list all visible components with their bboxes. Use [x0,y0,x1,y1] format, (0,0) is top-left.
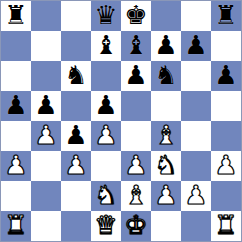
square-d2[interactable]: ♞ [91,181,121,211]
piece-black-bishop[interactable]: ♝ [94,32,117,58]
piece-black-knight[interactable]: ♞ [154,62,177,88]
square-a4[interactable] [1,121,31,151]
piece-black-bishop[interactable]: ♝ [124,32,147,58]
square-d4[interactable]: ♟ [91,121,121,151]
piece-white-knight[interactable]: ♞ [94,182,117,208]
square-d8[interactable]: ♛ [91,1,121,31]
square-g4[interactable] [181,121,211,151]
square-a7[interactable] [1,31,31,61]
square-h7[interactable] [211,31,241,61]
piece-white-rook[interactable]: ♜ [4,212,27,238]
piece-black-queen[interactable]: ♛ [94,2,117,28]
piece-black-pawn[interactable]: ♟ [184,32,207,58]
square-a8[interactable]: ♜ [1,1,31,31]
square-d3[interactable] [91,151,121,181]
square-h3[interactable]: ♟ [211,151,241,181]
square-f4[interactable]: ♝ [151,121,181,151]
piece-white-king[interactable]: ♚ [124,212,147,238]
square-a3[interactable]: ♟ [1,151,31,181]
square-g2[interactable]: ♟ [181,181,211,211]
square-b5[interactable]: ♟ [31,91,61,121]
square-f7[interactable]: ♟ [151,31,181,61]
square-a5[interactable]: ♟ [1,91,31,121]
square-d7[interactable]: ♝ [91,31,121,61]
square-h8[interactable]: ♜ [211,1,241,31]
piece-white-pawn[interactable]: ♟ [4,152,27,178]
square-h2[interactable] [211,181,241,211]
chess-board-wrapper: ♜♛♚♜♝♝♟♟♞♟♞♟♟♟♟♟♟♟♝♟♟♟♞♟♞♝♟♟♜♛♚♜ [0,0,242,242]
piece-white-pawn[interactable]: ♟ [214,152,237,178]
piece-white-pawn[interactable]: ♟ [34,122,57,148]
square-f5[interactable] [151,91,181,121]
square-d6[interactable] [91,61,121,91]
square-h4[interactable] [211,121,241,151]
square-h5[interactable] [211,91,241,121]
chess-board: ♜♛♚♜♝♝♟♟♞♟♞♟♟♟♟♟♟♟♝♟♟♟♞♟♞♝♟♟♜♛♚♜ [0,0,242,242]
piece-black-pawn[interactable]: ♟ [64,122,87,148]
square-a6[interactable] [1,61,31,91]
piece-white-pawn[interactable]: ♟ [154,182,177,208]
square-c1[interactable] [61,211,91,241]
piece-black-rook[interactable]: ♜ [4,2,27,28]
square-b4[interactable]: ♟ [31,121,61,151]
square-e7[interactable]: ♝ [121,31,151,61]
piece-white-rook[interactable]: ♜ [214,212,237,238]
square-f3[interactable]: ♞ [151,151,181,181]
square-g3[interactable] [181,151,211,181]
square-b2[interactable] [31,181,61,211]
piece-white-bishop[interactable]: ♝ [124,182,147,208]
square-a1[interactable]: ♜ [1,211,31,241]
piece-black-knight[interactable]: ♞ [64,62,87,88]
square-g1[interactable] [181,211,211,241]
square-b7[interactable] [31,31,61,61]
square-b1[interactable] [31,211,61,241]
piece-white-pawn[interactable]: ♟ [94,122,117,148]
piece-black-pawn[interactable]: ♟ [124,62,147,88]
piece-black-pawn[interactable]: ♟ [214,62,237,88]
square-b3[interactable] [31,151,61,181]
square-c5[interactable] [61,91,91,121]
square-c8[interactable] [61,1,91,31]
square-a2[interactable] [1,181,31,211]
square-f8[interactable] [151,1,181,31]
square-d5[interactable]: ♟ [91,91,121,121]
piece-black-king[interactable]: ♚ [124,2,147,28]
square-f1[interactable] [151,211,181,241]
piece-white-queen[interactable]: ♛ [94,212,117,238]
piece-black-pawn[interactable]: ♟ [4,92,27,118]
piece-white-bishop[interactable]: ♝ [154,122,177,148]
square-e3[interactable]: ♟ [121,151,151,181]
square-f2[interactable]: ♟ [151,181,181,211]
piece-black-pawn[interactable]: ♟ [34,92,57,118]
square-c3[interactable]: ♟ [61,151,91,181]
square-c6[interactable]: ♞ [61,61,91,91]
piece-black-pawn[interactable]: ♟ [154,32,177,58]
piece-white-pawn[interactable]: ♟ [184,182,207,208]
square-b6[interactable] [31,61,61,91]
square-e8[interactable]: ♚ [121,1,151,31]
piece-white-pawn[interactable]: ♟ [124,152,147,178]
square-c2[interactable] [61,181,91,211]
piece-white-pawn[interactable]: ♟ [64,152,87,178]
square-g6[interactable] [181,61,211,91]
square-h6[interactable]: ♟ [211,61,241,91]
square-c7[interactable] [61,31,91,61]
square-d1[interactable]: ♛ [91,211,121,241]
square-f6[interactable]: ♞ [151,61,181,91]
square-g7[interactable]: ♟ [181,31,211,61]
square-e6[interactable]: ♟ [121,61,151,91]
square-g8[interactable] [181,1,211,31]
square-g5[interactable] [181,91,211,121]
square-c4[interactable]: ♟ [61,121,91,151]
piece-black-pawn[interactable]: ♟ [94,92,117,118]
piece-white-knight[interactable]: ♞ [154,152,177,178]
square-e5[interactable] [121,91,151,121]
square-b8[interactable] [31,1,61,31]
square-e4[interactable] [121,121,151,151]
square-e1[interactable]: ♚ [121,211,151,241]
square-h1[interactable]: ♜ [211,211,241,241]
piece-black-rook[interactable]: ♜ [214,2,237,28]
square-e2[interactable]: ♝ [121,181,151,211]
